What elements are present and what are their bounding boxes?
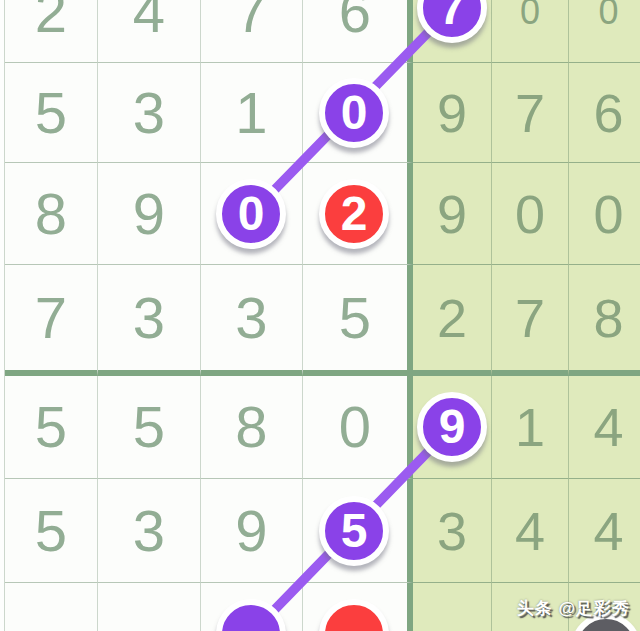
drawn-number-marker-red: 2: [319, 179, 389, 249]
grid-cell: 5: [5, 376, 98, 479]
drawn-number-marker: 9: [417, 392, 487, 462]
grid-cell: 3: [413, 479, 492, 583]
drawn-number: 5: [341, 507, 368, 555]
grid-cell: 6: [569, 63, 640, 163]
drawn-number-marker: 5: [319, 496, 389, 566]
grid-cell: 6: [303, 0, 413, 63]
grid-cell: 7: [492, 63, 569, 163]
drawn-number: 9: [439, 403, 466, 451]
grid-cell: 7: [201, 0, 303, 63]
grid-cell: 7: [492, 265, 569, 376]
grid-cell: 4: [569, 479, 640, 583]
grid-cell: 2: [5, 0, 98, 63]
drawn-number: 0: [238, 190, 265, 238]
drawn-number-marker: 0: [216, 179, 286, 249]
grid-cell: 1: [492, 376, 569, 479]
grid-cell: 8: [5, 163, 98, 265]
grid-cell: [98, 583, 201, 631]
grid-cell: 3: [98, 265, 201, 376]
grid-cell: 5: [303, 265, 413, 376]
grid-cell: 9: [413, 63, 492, 163]
grid-cell: 9: [413, 163, 492, 265]
grid-cell: 4: [569, 376, 640, 479]
drawn-number: 0: [341, 89, 368, 137]
drawn-number: 2: [341, 190, 368, 238]
grid-cell: [5, 583, 98, 631]
drawn-number: 7: [439, 0, 466, 32]
grid-cell: 4: [492, 479, 569, 583]
grid-cell: 2: [413, 265, 492, 376]
grid-cell: 5: [98, 376, 201, 479]
grid-cell: 3: [98, 479, 201, 583]
grid-cell: [413, 583, 492, 631]
grid-cell: 8: [201, 376, 303, 479]
grid-cell: 9: [98, 163, 201, 265]
grid-cell: 4: [98, 0, 201, 63]
lottery-trend-chart: 2 4 7 6 0 0 5 3 1 9 7 6 8 9 9 0 0 7 3 3 …: [0, 0, 640, 631]
grid-cell: 3: [98, 63, 201, 163]
grid-cell: 0: [303, 376, 413, 479]
grid-cell: 3: [201, 265, 303, 376]
grid-cell: 5: [5, 63, 98, 163]
grid-cell: 1: [201, 63, 303, 163]
grid-cell: 0: [492, 0, 569, 63]
grid-cell: 0: [569, 163, 640, 265]
grid-cell: 8: [569, 265, 640, 376]
grid-cell: 5: [5, 479, 98, 583]
drawn-number-marker: 0: [319, 78, 389, 148]
grid-cell: 7: [5, 265, 98, 376]
grid-cell: 9: [201, 479, 303, 583]
grid-cell: 0: [492, 163, 569, 265]
grid-cell: 0: [569, 0, 640, 63]
watermark: 头条 @足彩秀: [517, 597, 630, 620]
